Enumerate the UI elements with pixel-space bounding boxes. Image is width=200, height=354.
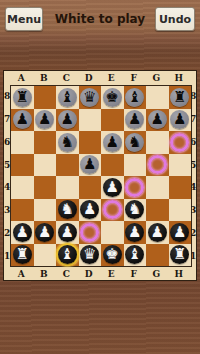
coord-label: B [33, 71, 56, 85]
piece-white-knight[interactable]: ♞ [58, 200, 77, 219]
piece-white-pawn[interactable]: ♟ [35, 223, 54, 242]
pawn-glyph: ♟ [16, 223, 29, 242]
square-g2[interactable]: ♟ [146, 221, 169, 244]
square-e1[interactable]: ♚ [101, 244, 124, 267]
square-h8[interactable]: ♜ [169, 86, 192, 109]
coord-label: C [55, 267, 78, 280]
coord-label: D [78, 267, 101, 280]
pawn-glyph: ♟ [106, 133, 119, 152]
queen-glyph: ♛ [83, 88, 96, 107]
square-b3[interactable] [34, 199, 57, 222]
piece-black-pawn[interactable]: ♟ [35, 110, 54, 129]
pawn-glyph: ♟ [83, 200, 96, 219]
coord-label: A [10, 267, 33, 280]
square-b6[interactable] [34, 131, 57, 154]
pawn-glyph: ♟ [83, 155, 96, 174]
coord-label: A [10, 71, 33, 85]
square-e4[interactable]: ♟ [101, 176, 124, 199]
coord-label: H [168, 71, 191, 85]
pawn-glyph: ♟ [106, 178, 119, 197]
pawn-glyph: ♟ [61, 223, 74, 242]
piece-white-pawn[interactable]: ♟ [103, 178, 122, 197]
piece-black-pawn[interactable]: ♟ [125, 110, 144, 129]
square-d2[interactable] [79, 221, 102, 244]
knight-glyph: ♞ [128, 133, 141, 152]
piece-black-bishop[interactable]: ♝ [125, 88, 144, 107]
square-d3[interactable]: ♟ [79, 199, 102, 222]
square-h4[interactable] [169, 176, 192, 199]
coord-label: G [145, 71, 168, 85]
square-h1[interactable]: ♜ [169, 244, 192, 267]
square-f5[interactable] [124, 154, 147, 177]
square-g3[interactable] [146, 199, 169, 222]
square-h3[interactable] [169, 199, 192, 222]
square-f1[interactable]: ♝ [124, 244, 147, 267]
pawn-glyph: ♟ [173, 110, 186, 129]
piece-black-pawn[interactable]: ♟ [148, 110, 167, 129]
square-a4[interactable] [11, 176, 34, 199]
move-target-ring [148, 155, 167, 174]
board-frame: ABCDEFGH 87654321 ♜♝♛♚♝♜♟♟♟♟♟♟♞♟♞♟♟♞♟♞♟♟… [3, 70, 197, 281]
square-d8[interactable]: ♛ [79, 86, 102, 109]
square-b1[interactable] [34, 244, 57, 267]
square-a5[interactable] [11, 154, 34, 177]
coord-label: D [78, 71, 101, 85]
pawn-glyph: ♟ [128, 223, 141, 242]
piece-white-rook[interactable]: ♜ [170, 245, 189, 264]
square-h7[interactable]: ♟ [169, 109, 192, 132]
pawn-glyph: ♟ [61, 110, 74, 129]
pawn-glyph: ♟ [151, 223, 164, 242]
pawn-glyph: ♟ [16, 110, 29, 129]
coord-label: F [123, 71, 146, 85]
chess-board: ♜♝♛♚♝♜♟♟♟♟♟♟♞♟♞♟♟♞♟♞♟♟♟♟♟♟♜♝♛♚♝♜ [10, 85, 192, 267]
piece-black-rook[interactable]: ♜ [170, 88, 189, 107]
file-labels-top: ABCDEFGH [10, 71, 190, 85]
piece-white-pawn[interactable]: ♟ [13, 223, 32, 242]
piece-black-pawn[interactable]: ♟ [13, 110, 32, 129]
king-glyph: ♚ [106, 245, 119, 264]
bishop-glyph: ♝ [128, 88, 141, 107]
square-h6[interactable] [169, 131, 192, 154]
square-a7[interactable]: ♟ [11, 109, 34, 132]
square-f6[interactable]: ♞ [124, 131, 147, 154]
undo-button[interactable]: Undo [155, 7, 195, 31]
piece-black-queen[interactable]: ♛ [80, 88, 99, 107]
square-a6[interactable] [11, 131, 34, 154]
coord-label: B [33, 267, 56, 280]
piece-white-bishop[interactable]: ♝ [125, 245, 144, 264]
square-e7[interactable] [101, 109, 124, 132]
square-c3[interactable]: ♞ [56, 199, 79, 222]
square-b7[interactable]: ♟ [34, 109, 57, 132]
square-c5[interactable] [56, 154, 79, 177]
bishop-glyph: ♝ [128, 245, 141, 264]
piece-black-pawn[interactable]: ♟ [80, 155, 99, 174]
square-h5[interactable] [169, 154, 192, 177]
square-f7[interactable]: ♟ [124, 109, 147, 132]
piece-white-knight[interactable]: ♞ [125, 200, 144, 219]
piece-black-rook[interactable]: ♜ [13, 88, 32, 107]
piece-white-bishop[interactable]: ♝ [58, 245, 77, 264]
square-d7[interactable] [79, 109, 102, 132]
square-f3[interactable]: ♞ [124, 199, 147, 222]
coord-label: C [55, 71, 78, 85]
square-g1[interactable] [146, 244, 169, 267]
square-d4[interactable] [79, 176, 102, 199]
square-g5[interactable] [146, 154, 169, 177]
bishop-glyph: ♝ [61, 245, 74, 264]
piece-black-pawn[interactable]: ♟ [170, 110, 189, 129]
square-e5[interactable] [101, 154, 124, 177]
square-f2[interactable]: ♟ [124, 221, 147, 244]
coord-label: F [123, 267, 146, 280]
piece-white-pawn[interactable]: ♟ [125, 223, 144, 242]
pawn-glyph: ♟ [38, 110, 51, 129]
pawn-glyph: ♟ [128, 110, 141, 129]
square-c6[interactable]: ♞ [56, 131, 79, 154]
square-c7[interactable]: ♟ [56, 109, 79, 132]
piece-white-pawn[interactable]: ♟ [148, 223, 167, 242]
square-d5[interactable]: ♟ [79, 154, 102, 177]
square-g7[interactable]: ♟ [146, 109, 169, 132]
piece-black-pawn[interactable]: ♟ [103, 133, 122, 152]
square-a8[interactable]: ♜ [11, 86, 34, 109]
square-a1[interactable]: ♜ [11, 244, 34, 267]
square-e3[interactable] [101, 199, 124, 222]
piece-white-pawn[interactable]: ♟ [80, 200, 99, 219]
piece-white-queen[interactable]: ♛ [80, 245, 99, 264]
pawn-glyph: ♟ [38, 223, 51, 242]
square-g4[interactable] [146, 176, 169, 199]
square-h2[interactable]: ♟ [169, 221, 192, 244]
turn-status-text: White to play [48, 7, 152, 31]
square-d6[interactable] [79, 131, 102, 154]
pawn-glyph: ♟ [173, 223, 186, 242]
piece-black-king[interactable]: ♚ [103, 88, 122, 107]
piece-white-pawn[interactable]: ♟ [58, 223, 77, 242]
square-f8[interactable]: ♝ [124, 86, 147, 109]
rook-glyph: ♜ [16, 88, 29, 107]
coord-label: E [100, 267, 123, 280]
square-g8[interactable] [146, 86, 169, 109]
piece-white-king[interactable]: ♚ [103, 245, 122, 264]
square-b4[interactable] [34, 176, 57, 199]
square-c4[interactable] [56, 176, 79, 199]
king-glyph: ♚ [106, 88, 119, 107]
piece-white-rook[interactable]: ♜ [13, 245, 32, 264]
rook-glyph: ♜ [173, 245, 186, 264]
coord-label: H [168, 267, 191, 280]
menu-button[interactable]: Menu [5, 7, 43, 31]
square-c8[interactable]: ♝ [56, 86, 79, 109]
rook-glyph: ♜ [16, 245, 29, 264]
square-e6[interactable]: ♟ [101, 131, 124, 154]
piece-black-pawn[interactable]: ♟ [58, 110, 77, 129]
square-f4[interactable] [124, 176, 147, 199]
square-b8[interactable] [34, 86, 57, 109]
coord-label: G [145, 267, 168, 280]
square-b2[interactable]: ♟ [34, 221, 57, 244]
square-e2[interactable] [101, 221, 124, 244]
coord-label: E [100, 71, 123, 85]
square-b5[interactable] [34, 154, 57, 177]
knight-glyph: ♞ [128, 200, 141, 219]
piece-black-bishop[interactable]: ♝ [58, 88, 77, 107]
queen-glyph: ♛ [83, 245, 96, 264]
square-d1[interactable]: ♛ [79, 244, 102, 267]
knight-glyph: ♞ [61, 200, 74, 219]
square-c1[interactable]: ♝ [56, 244, 79, 267]
square-e8[interactable]: ♚ [101, 86, 124, 109]
square-g6[interactable] [146, 131, 169, 154]
move-target-ring [125, 178, 144, 197]
move-target-ring [103, 200, 122, 219]
square-a2[interactable]: ♟ [11, 221, 34, 244]
bishop-glyph: ♝ [61, 88, 74, 107]
square-c2[interactable]: ♟ [56, 221, 79, 244]
move-target-ring [170, 133, 189, 152]
piece-black-knight[interactable]: ♞ [125, 133, 144, 152]
rook-glyph: ♜ [173, 88, 186, 107]
top-bar: Menu White to play Undo [0, 0, 200, 36]
file-labels-bottom: ABCDEFGH [10, 267, 190, 280]
square-a3[interactable] [11, 199, 34, 222]
chess-app: Menu White to play Undo ABCDEFGH 8765432… [0, 0, 200, 354]
piece-black-knight[interactable]: ♞ [58, 133, 77, 152]
knight-glyph: ♞ [61, 133, 74, 152]
move-target-ring [80, 223, 99, 242]
piece-white-pawn[interactable]: ♟ [170, 223, 189, 242]
pawn-glyph: ♟ [151, 110, 164, 129]
